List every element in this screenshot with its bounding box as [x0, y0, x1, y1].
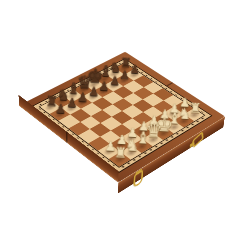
product-photo-canvas: ♜♞♝♛♚♝♞♜♟♟♟♟♟♟♟♟♟♟♟♟♟♟♟♟♜♞♝♛♚♝♞♜ [0, 0, 236, 236]
folding-chess-box: ♜♞♝♛♚♝♞♜♟♟♟♟♟♟♟♟♟♟♟♟♟♟♟♟♜♞♝♛♚♝♞♜ [19, 52, 225, 183]
piece-black-pawn-a7: ♟ [51, 102, 72, 115]
board-top-face: ♜♞♝♛♚♝♞♜♟♟♟♟♟♟♟♟♟♟♟♟♟♟♟♟♜♞♝♛♚♝♞♜ [19, 52, 225, 183]
frame-inlay-band: ♜♞♝♛♚♝♞♜♟♟♟♟♟♟♟♟♟♟♟♟♟♟♟♟♜♞♝♛♚♝♞♜ [32, 58, 213, 173]
piece-white-rook-a1: ♜ [110, 145, 132, 161]
d-ring-loop-icon [133, 169, 143, 188]
d-ring-latch [133, 169, 143, 188]
fold-seam-side [66, 131, 67, 142]
